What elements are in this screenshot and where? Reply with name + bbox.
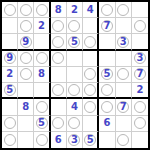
odd-cell-circle [134, 101, 146, 113]
cell-r9c7[interactable] [99, 132, 115, 148]
odd-cell-circle [52, 117, 64, 129]
cell-r7c8[interactable]: 7 [116, 99, 132, 115]
given-digit: 3 [120, 37, 127, 47]
cell-r1c9[interactable] [132, 2, 148, 18]
cell-r1c4[interactable]: 8 [51, 2, 67, 18]
cell-r8c2[interactable] [18, 116, 34, 132]
cell-r6c4[interactable] [51, 83, 67, 99]
cell-r9c4[interactable]: 6 [51, 132, 67, 148]
cell-r2c6[interactable] [83, 18, 99, 34]
cell-r8c9[interactable] [132, 116, 148, 132]
given-digit: 8 [22, 102, 29, 112]
cell-r4c6[interactable] [83, 51, 99, 67]
given-digit: 9 [6, 53, 13, 63]
cell-r1c7[interactable] [99, 2, 115, 18]
cell-r8c1[interactable] [2, 116, 18, 132]
odd-cell-circle [52, 84, 64, 96]
odd-cell-circle [20, 68, 32, 80]
cell-r3c7[interactable] [99, 34, 115, 50]
given-digit: 3 [136, 53, 143, 63]
cell-r8c8[interactable] [116, 116, 132, 132]
given-digit: 2 [136, 85, 143, 95]
cell-r6c7[interactable] [99, 83, 115, 99]
odd-cell-circle [117, 134, 129, 146]
cell-r5c7[interactable]: 5 [99, 67, 115, 83]
odd-cell-circle [20, 52, 32, 64]
cell-r5c2[interactable] [18, 67, 34, 83]
given-digit: 5 [38, 118, 45, 128]
cell-r3c6[interactable] [83, 34, 99, 50]
cell-r1c3[interactable] [34, 2, 50, 18]
cell-r2c8[interactable] [116, 18, 132, 34]
odd-cell-circle [52, 36, 64, 48]
odd-cell-circle [84, 36, 96, 48]
cell-r2c4[interactable] [51, 18, 67, 34]
cell-r5c9[interactable]: 7 [132, 67, 148, 83]
given-digit: 4 [87, 5, 94, 15]
cell-r5c8[interactable] [116, 67, 132, 83]
given-digit: 6 [55, 135, 62, 145]
given-digit: 9 [22, 37, 29, 47]
cell-r8c3[interactable]: 5 [34, 116, 50, 132]
odd-cell-circle [84, 101, 96, 113]
odd-cell-circle [4, 117, 16, 129]
cell-r2c3[interactable]: 2 [34, 18, 50, 34]
given-digit: 2 [38, 21, 45, 31]
cell-r4c1[interactable]: 9 [2, 51, 18, 67]
cell-r2c7[interactable]: 7 [99, 18, 115, 34]
cell-r7c9[interactable] [132, 99, 148, 115]
cell-r8c6[interactable] [83, 116, 99, 132]
given-digit: 8 [38, 69, 45, 79]
cell-r3c2[interactable]: 9 [18, 34, 34, 50]
given-digit: 5 [6, 85, 13, 95]
cell-r6c6[interactable] [83, 83, 99, 99]
given-digit: 7 [136, 69, 143, 79]
cell-r5c6[interactable] [83, 67, 99, 83]
cell-r9c1[interactable] [2, 132, 18, 148]
given-digit: 4 [71, 102, 78, 112]
cell-r4c4[interactable] [51, 51, 67, 67]
odd-cell-circle [101, 4, 113, 16]
cell-r6c3[interactable] [34, 83, 50, 99]
sudoku-board: 824279539328575284756635 [0, 0, 150, 150]
cell-r2c9[interactable] [132, 18, 148, 34]
cell-r1c5[interactable]: 2 [67, 2, 83, 18]
cell-r9c8[interactable] [116, 132, 132, 148]
odd-cell-circle [117, 68, 129, 80]
odd-cell-circle [134, 117, 146, 129]
cell-r5c4[interactable] [51, 67, 67, 83]
odd-cell-circle [68, 117, 80, 129]
odd-cell-circle [36, 101, 48, 113]
cell-r7c7[interactable] [99, 99, 115, 115]
cell-r7c5[interactable]: 4 [67, 99, 83, 115]
given-digit: 5 [71, 37, 78, 47]
odd-cell-circle [4, 134, 16, 146]
cell-r7c3[interactable] [34, 99, 50, 115]
cell-r5c1[interactable]: 2 [2, 67, 18, 83]
odd-cell-circle [52, 52, 64, 64]
odd-cell-circle [101, 101, 113, 113]
cell-r9c6[interactable]: 5 [83, 132, 99, 148]
odd-cell-circle [68, 84, 80, 96]
odd-cell-circle [36, 4, 48, 16]
cell-r1c6[interactable]: 4 [83, 2, 99, 18]
given-digit: 2 [6, 69, 13, 79]
cell-r6c5[interactable] [67, 83, 83, 99]
cell-r3c5[interactable]: 5 [67, 34, 83, 50]
cell-r5c5[interactable] [67, 67, 83, 83]
odd-cell-circle [36, 52, 48, 64]
cell-r2c1[interactable] [2, 18, 18, 34]
cell-r4c8[interactable] [116, 51, 132, 67]
cell-r6c2[interactable] [18, 83, 34, 99]
odd-cell-circle [117, 4, 129, 16]
odd-cell-circle [101, 84, 113, 96]
odd-cell-circle [134, 20, 146, 32]
cell-r1c2[interactable] [18, 2, 34, 18]
cell-r7c6[interactable] [83, 99, 99, 115]
given-digit: 8 [55, 5, 62, 15]
cell-r4c3[interactable] [34, 51, 50, 67]
cell-r2c5[interactable] [67, 18, 83, 34]
odd-cell-circle [36, 134, 48, 146]
given-digit: 7 [120, 102, 127, 112]
cell-r6c8[interactable] [116, 83, 132, 99]
cell-r5c3[interactable]: 8 [34, 67, 50, 83]
cell-r9c9[interactable] [132, 132, 148, 148]
cell-r7c1[interactable] [2, 99, 18, 115]
cell-r4c9[interactable]: 3 [132, 51, 148, 67]
given-digit: 5 [103, 69, 110, 79]
cell-r3c9[interactable] [132, 34, 148, 50]
cell-r9c3[interactable] [34, 132, 50, 148]
cell-r7c2[interactable]: 8 [18, 99, 34, 115]
cell-r8c4[interactable] [51, 116, 67, 132]
odd-cell-circle [20, 4, 32, 16]
cell-r3c4[interactable] [51, 34, 67, 50]
odd-cell-circle [68, 20, 80, 32]
given-digit: 3 [71, 135, 78, 145]
cell-r7c4[interactable] [51, 99, 67, 115]
cell-r3c8[interactable]: 3 [116, 34, 132, 50]
odd-cell-circle [4, 4, 16, 16]
given-digit: 2 [71, 5, 78, 15]
cell-r8c5[interactable] [67, 116, 83, 132]
cell-r3c3[interactable] [34, 34, 50, 50]
odd-cell-circle [84, 68, 96, 80]
cell-r2c2[interactable] [18, 18, 34, 34]
cell-r1c1[interactable] [2, 2, 18, 18]
given-digit: 7 [103, 21, 110, 31]
cell-r8c7[interactable]: 6 [99, 116, 115, 132]
odd-cell-circle [20, 20, 32, 32]
cell-r1c8[interactable] [116, 2, 132, 18]
cell-r9c5[interactable]: 3 [67, 132, 83, 148]
odd-cell-circle [52, 20, 64, 32]
cell-r6c9[interactable]: 2 [132, 83, 148, 99]
given-digit: 5 [87, 135, 94, 145]
cell-r4c5[interactable] [67, 51, 83, 67]
given-digit: 6 [103, 118, 110, 128]
cell-r4c7[interactable] [99, 51, 115, 67]
cell-r6c1[interactable]: 5 [2, 83, 18, 99]
cell-r3c1[interactable] [2, 34, 18, 50]
cell-r9c2[interactable] [18, 132, 34, 148]
odd-cell-circle [84, 84, 96, 96]
cell-r4c2[interactable] [18, 51, 34, 67]
